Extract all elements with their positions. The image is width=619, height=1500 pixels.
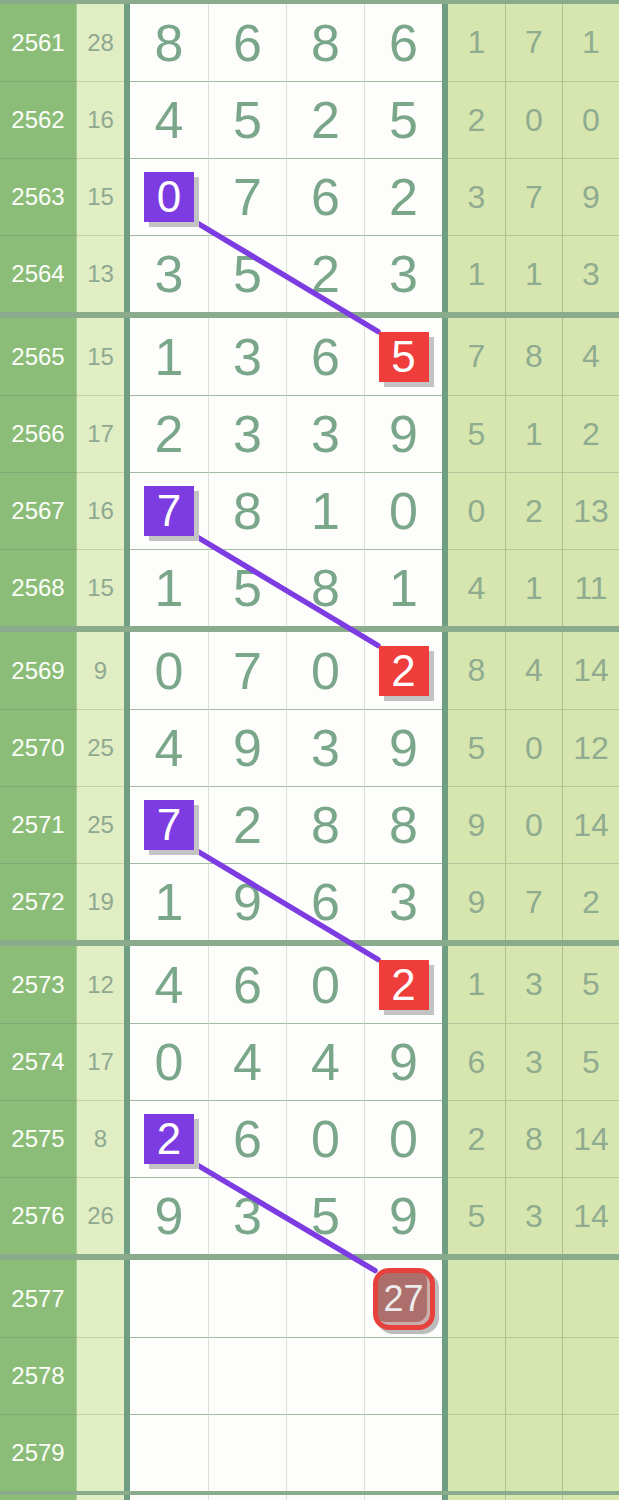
sum-cell: 16 [77,472,124,549]
digit-cell: 5 [364,318,442,395]
stat-cell: 13 [562,472,619,549]
period-cell: 2571 [0,786,77,863]
stat-cell: 5 [562,1023,619,1100]
stat-cell: 3 [562,235,619,312]
digit-cell: 8 [286,549,364,626]
period-cell: 2569 [0,632,77,709]
digit-cell: 0 [364,472,442,549]
digit-cell: 0 [286,632,364,709]
digit-cell: 1 [364,549,442,626]
digit-cell: 1 [286,472,364,549]
stat-cell: 7 [505,863,562,940]
sum-cell: 17 [77,395,124,472]
digit-cell [364,1414,442,1491]
stat-cell: 12 [562,709,619,786]
stat-cell: 4 [448,549,505,626]
digit-cell: 0 [130,632,208,709]
stat-cell: 9 [562,158,619,235]
period-cell: 2565 [0,318,77,395]
stat-cell [448,1495,505,1500]
purple-pick-box[interactable]: 7 [144,486,194,536]
stat-cell [562,1495,619,1500]
period-cell: 2576 [0,1177,77,1254]
stat-cell: 5 [448,1177,505,1254]
digit-cell: 6 [208,1100,286,1177]
period-cell [0,1495,77,1500]
period-cell: 2572 [0,863,77,940]
trend-row: 2574170449635 [0,1023,619,1100]
stat-cell: 1 [505,395,562,472]
trend-row: 2564133523113 [0,235,619,312]
digit-cell: 3 [286,395,364,472]
stat-cell: 2 [562,863,619,940]
digit-cell: 4 [130,81,208,158]
stat-cell: 4 [562,318,619,395]
digit-cell: 9 [364,1023,442,1100]
stat-cell [448,1260,505,1337]
sum-cell: 8 [77,1100,124,1177]
stat-cell [505,1337,562,1414]
digit-cell: 6 [286,158,364,235]
digit-cell [208,1260,286,1337]
period-cell: 2564 [0,235,77,312]
stat-cell: 0 [505,81,562,158]
digit-cell [286,1495,364,1500]
digit-cell [286,1337,364,1414]
digit-cell: 8 [130,4,208,81]
digit-cell: 0 [364,1100,442,1177]
digit-cell [286,1414,364,1491]
stat-cell: 2 [448,81,505,158]
sum-cell [77,1260,124,1337]
trend-row: 25681515814111 [0,549,619,626]
digit-cell: 27 [364,1260,442,1337]
stat-cell: 7 [505,158,562,235]
stat-cell: 3 [505,946,562,1023]
stat-cell: 3 [505,1177,562,1254]
stat-cell: 6 [448,1023,505,1100]
stat-cell: 9 [448,863,505,940]
trend-row: 2575826002814 [0,1100,619,1177]
stat-cell: 1 [448,4,505,81]
stat-cell: 8 [448,632,505,709]
digit-cell: 8 [286,786,364,863]
stat-cell [505,1260,562,1337]
digit-cell: 2 [364,946,442,1023]
stat-cell [562,1337,619,1414]
trend-row: 25712572889014 [0,786,619,863]
digit-cell: 3 [208,395,286,472]
sum-cell [77,1495,124,1500]
digit-cell: 9 [364,395,442,472]
digit-cell: 4 [130,946,208,1023]
trend-row: 2562164525200 [0,81,619,158]
period-cell: 2574 [0,1023,77,1100]
digit-cell: 2 [364,158,442,235]
stat-cell: 2 [562,395,619,472]
digit-cell: 0 [286,946,364,1023]
period-cell: 2579 [0,1414,77,1491]
digit-cell: 4 [286,1023,364,1100]
digit-cell [208,1337,286,1414]
sum-cell: 25 [77,786,124,863]
stat-cell: 5 [448,395,505,472]
digit-cell [364,1495,442,1500]
sum-cell: 17 [77,1023,124,1100]
digit-cell: 9 [208,709,286,786]
digit-cell [130,1414,208,1491]
stat-cell [448,1337,505,1414]
stat-cell: 14 [562,1177,619,1254]
purple-pick-box[interactable]: 2 [144,1114,194,1164]
stat-cell: 7 [448,318,505,395]
stat-cell: 9 [448,786,505,863]
digit-cell: 5 [208,235,286,312]
digit-cell: 3 [208,1177,286,1254]
sum-cell: 28 [77,4,124,81]
digit-cell: 7 [130,472,208,549]
digit-cell: 0 [286,1100,364,1177]
stat-cell: 1 [448,235,505,312]
trend-row: 2573124602135 [0,946,619,1023]
period-cell: 2567 [0,472,77,549]
period-cell: 2573 [0,946,77,1023]
stat-cell: 0 [505,786,562,863]
digit-cell [364,1337,442,1414]
stat-cell: 14 [562,786,619,863]
stat-cell: 2 [505,472,562,549]
stat-cell [505,1495,562,1500]
digit-cell: 4 [130,709,208,786]
trend-row: 2572191963972 [0,863,619,940]
stat-cell: 1 [562,4,619,81]
stat-cell: 3 [448,158,505,235]
digit-cell: 2 [130,395,208,472]
digit-cell: 8 [286,4,364,81]
digit-cell: 5 [208,81,286,158]
digit-cell [130,1260,208,1337]
digit-cell [286,1260,364,1337]
stat-cell: 2 [448,1100,505,1177]
digit-cell: 8 [364,786,442,863]
lottery-trend-chart: 2561288686171256216452520025631507623792… [0,0,619,1500]
digit-cell: 6 [208,946,286,1023]
sum-cell: 12 [77,946,124,1023]
sum-cell: 25 [77,709,124,786]
sum-cell: 15 [77,158,124,235]
stat-cell: 4 [505,632,562,709]
stat-cell: 0 [562,81,619,158]
stat-cell: 11 [562,549,619,626]
digit-cell: 3 [130,235,208,312]
red-pick-box[interactable]: 5 [379,332,429,382]
digit-cell: 9 [364,1177,442,1254]
digit-cell: 2 [130,1100,208,1177]
period-cell: 2568 [0,549,77,626]
trend-row: 25671678100213 [0,472,619,549]
digit-cell: 7 [208,632,286,709]
digit-cell: 2 [364,632,442,709]
digit-cell: 8 [208,472,286,549]
trend-row: 2563150762379 [0,158,619,235]
digit-cell: 7 [130,786,208,863]
digit-cell: 3 [364,863,442,940]
trend-row: 2569907028414 [0,632,619,709]
sum-cell: 19 [77,863,124,940]
digit-cell: 1 [130,549,208,626]
trend-row: 2579 [0,1414,619,1491]
digit-cell: 9 [208,863,286,940]
digit-cell: 6 [286,318,364,395]
digit-cell: 9 [130,1177,208,1254]
digit-cell: 2 [208,786,286,863]
digit-cell: 3 [208,318,286,395]
stat-cell [448,1414,505,1491]
trend-row: 2578 [0,1337,619,1414]
digit-cell: 6 [208,4,286,81]
period-cell: 2577 [0,1260,77,1337]
digit-cell [130,1337,208,1414]
period-cell: 2561 [0,4,77,81]
stat-cell: 0 [505,709,562,786]
stat-cell: 5 [448,709,505,786]
stat-cell: 1 [505,549,562,626]
digit-cell: 0 [130,158,208,235]
trend-row: 2566172339512 [0,395,619,472]
red-pick-box[interactable]: 2 [379,960,429,1010]
stat-cell: 5 [562,946,619,1023]
sum-cell: 26 [77,1177,124,1254]
digit-cell: 3 [364,235,442,312]
digit-cell: 5 [364,81,442,158]
trend-row: 2565151365784 [0,318,619,395]
stat-cell: 8 [505,318,562,395]
red-pick-box[interactable]: 2 [379,646,429,696]
trend-row: 2561288686171 [0,4,619,81]
digit-cell: 6 [364,4,442,81]
predicted-number-badge[interactable]: 27 [373,1268,435,1330]
digit-cell: 9 [364,709,442,786]
stat-cell [562,1414,619,1491]
stat-cell: 8 [505,1100,562,1177]
digit-cell: 5 [208,549,286,626]
sum-cell: 16 [77,81,124,158]
trend-row: 25762693595314 [0,1177,619,1254]
stat-cell [505,1414,562,1491]
stat-cell: 3 [505,1023,562,1100]
stat-cell: 7 [505,4,562,81]
digit-cell: 5 [286,1177,364,1254]
digit-cell: 0 [130,1023,208,1100]
digit-cell: 2 [286,235,364,312]
digit-cell: 1 [130,318,208,395]
trend-row: 257727 [0,1260,619,1337]
next-row-sliver [0,1495,619,1500]
stat-cell: 1 [505,235,562,312]
digit-cell: 1 [130,863,208,940]
sum-cell [77,1414,124,1491]
period-cell: 2562 [0,81,77,158]
period-cell: 2566 [0,395,77,472]
digit-cell [208,1414,286,1491]
digit-cell: 2 [286,81,364,158]
period-cell: 2578 [0,1337,77,1414]
trend-row: 25702549395012 [0,709,619,786]
sum-cell: 15 [77,318,124,395]
stat-cell [562,1260,619,1337]
sum-cell: 9 [77,632,124,709]
digit-cell [130,1495,208,1500]
stat-cell: 14 [562,1100,619,1177]
stat-cell: 14 [562,632,619,709]
sum-cell: 13 [77,235,124,312]
digit-cell: 4 [208,1023,286,1100]
period-cell: 2563 [0,158,77,235]
digit-cell: 6 [286,863,364,940]
period-cell: 2575 [0,1100,77,1177]
stat-cell: 1 [448,946,505,1023]
sum-cell: 15 [77,549,124,626]
sum-cell [77,1337,124,1414]
period-cell: 2570 [0,709,77,786]
digit-cell: 3 [286,709,364,786]
purple-pick-box[interactable]: 0 [144,172,194,222]
purple-pick-box[interactable]: 7 [144,800,194,850]
digit-cell [208,1495,286,1500]
digit-cell: 7 [208,158,286,235]
stat-cell: 0 [448,472,505,549]
